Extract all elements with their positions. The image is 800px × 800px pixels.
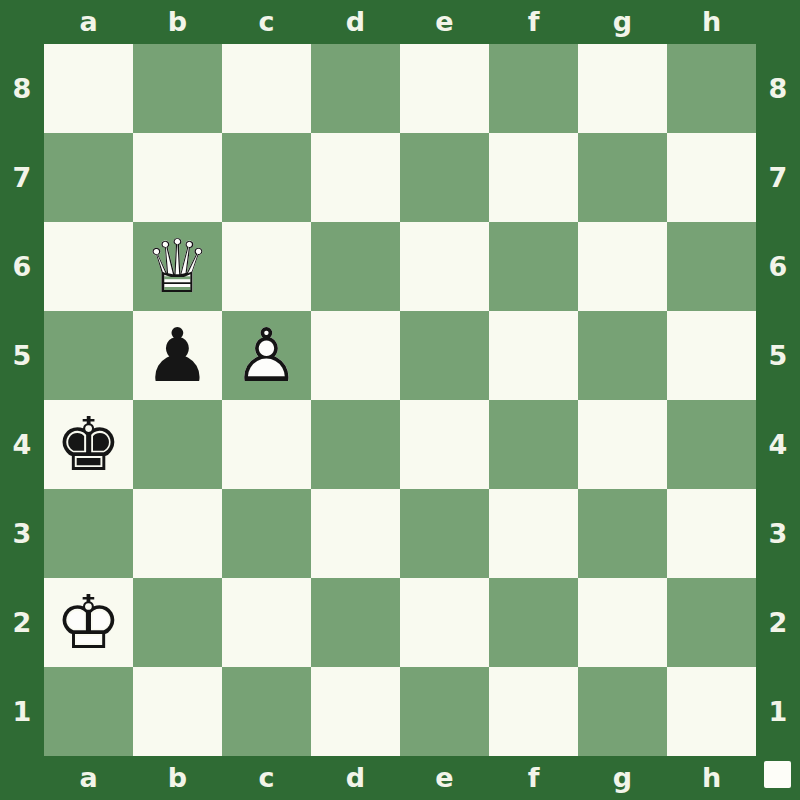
rank-label-4-left: 4: [0, 400, 44, 489]
rank-label-3-left: 3: [0, 489, 44, 578]
square-e4: [400, 400, 489, 489]
square-a3: [44, 489, 133, 578]
square-g2: [578, 578, 667, 667]
square-d4: [311, 400, 400, 489]
square-a2: ♚♔: [44, 578, 133, 667]
square-a5: [44, 311, 133, 400]
square-g6: [578, 222, 667, 311]
square-a6: [44, 222, 133, 311]
rank-label-5-left: 5: [0, 311, 44, 400]
square-g3: [578, 489, 667, 578]
rank-label-7-right: 7: [756, 133, 800, 222]
square-h5: [667, 311, 756, 400]
square-b8: [133, 44, 222, 133]
square-c4: [222, 400, 311, 489]
square-c7: [222, 133, 311, 222]
square-b7: [133, 133, 222, 222]
rank-label-8-right: 8: [756, 44, 800, 133]
square-c2: [222, 578, 311, 667]
square-b4: [133, 400, 222, 489]
square-h7: [667, 133, 756, 222]
square-h2: [667, 578, 756, 667]
rank-label-3-right: 3: [756, 489, 800, 578]
square-g8: [578, 44, 667, 133]
square-b1: [133, 667, 222, 756]
square-h1: [667, 667, 756, 756]
square-a8: [44, 44, 133, 133]
square-f1: [489, 667, 578, 756]
file-label-a-bottom: a: [44, 756, 133, 800]
square-b6: ♛♕: [133, 222, 222, 311]
square-d3: [311, 489, 400, 578]
rank-label-7-left: 7: [0, 133, 44, 222]
file-label-f-top: f: [489, 0, 578, 44]
piece-black-pawn-b5: ♟: [133, 311, 222, 400]
rank-label-6-right: 6: [756, 222, 800, 311]
rank-label-2-left: 2: [0, 578, 44, 667]
square-b3: [133, 489, 222, 578]
square-d2: [311, 578, 400, 667]
file-label-b-bottom: b: [133, 756, 222, 800]
file-label-c-bottom: c: [222, 756, 311, 800]
square-h6: [667, 222, 756, 311]
square-b5: ♟: [133, 311, 222, 400]
square-c6: [222, 222, 311, 311]
square-g4: [578, 400, 667, 489]
rank-label-2-right: 2: [756, 578, 800, 667]
square-c8: [222, 44, 311, 133]
square-h8: [667, 44, 756, 133]
square-g7: [578, 133, 667, 222]
rank-label-8-left: 8: [0, 44, 44, 133]
square-e8: [400, 44, 489, 133]
rank-label-5-right: 5: [756, 311, 800, 400]
file-label-g-top: g: [578, 0, 667, 44]
file-label-e-top: e: [400, 0, 489, 44]
square-d1: [311, 667, 400, 756]
file-label-d-top: d: [311, 0, 400, 44]
rank-label-1-left: 1: [0, 667, 44, 756]
square-f8: [489, 44, 578, 133]
file-label-c-top: c: [222, 0, 311, 44]
file-label-b-top: b: [133, 0, 222, 44]
square-f2: [489, 578, 578, 667]
square-a1: [44, 667, 133, 756]
square-b2: [133, 578, 222, 667]
square-f6: [489, 222, 578, 311]
square-d7: [311, 133, 400, 222]
file-label-a-top: a: [44, 0, 133, 44]
piece-white-pawn-c5: ♟♙: [222, 311, 311, 400]
rank-label-4-right: 4: [756, 400, 800, 489]
square-e1: [400, 667, 489, 756]
square-f4: [489, 400, 578, 489]
square-d8: [311, 44, 400, 133]
square-d6: [311, 222, 400, 311]
rank-label-6-left: 6: [0, 222, 44, 311]
square-h3: [667, 489, 756, 578]
square-e7: [400, 133, 489, 222]
square-e2: [400, 578, 489, 667]
square-e3: [400, 489, 489, 578]
rank-label-1-right: 1: [756, 667, 800, 756]
chess-board: ♛♕♟♟♙♚♚♔: [44, 44, 756, 756]
chess-board-frame: ♛♕♟♟♙♚♚♔ aabbccddeeffgghh887766554433221…: [0, 0, 800, 800]
file-label-h-bottom: h: [667, 756, 756, 800]
square-f3: [489, 489, 578, 578]
square-e6: [400, 222, 489, 311]
square-g5: [578, 311, 667, 400]
file-label-g-bottom: g: [578, 756, 667, 800]
file-label-d-bottom: d: [311, 756, 400, 800]
piece-white-queen-b6: ♛♕: [133, 222, 222, 311]
file-label-f-bottom: f: [489, 756, 578, 800]
square-a7: [44, 133, 133, 222]
square-f5: [489, 311, 578, 400]
square-d5: [311, 311, 400, 400]
square-c3: [222, 489, 311, 578]
square-c1: [222, 667, 311, 756]
square-a4: ♚: [44, 400, 133, 489]
square-h4: [667, 400, 756, 489]
square-g1: [578, 667, 667, 756]
square-c5: ♟♙: [222, 311, 311, 400]
file-label-e-bottom: e: [400, 756, 489, 800]
piece-white-king-a2: ♚♔: [44, 578, 133, 667]
white-to-move-indicator: [764, 761, 791, 788]
file-label-h-top: h: [667, 0, 756, 44]
square-e5: [400, 311, 489, 400]
piece-black-king-a4: ♚: [44, 400, 133, 489]
square-f7: [489, 133, 578, 222]
